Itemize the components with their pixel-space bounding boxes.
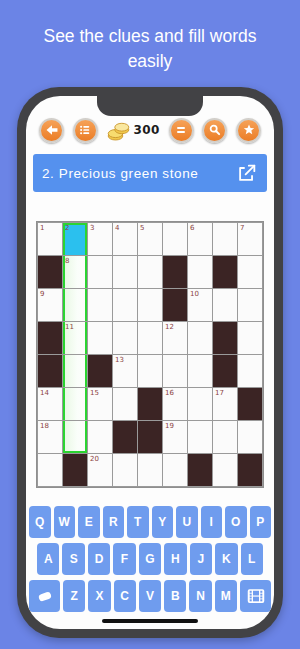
- cell-r3c9[interactable]: [238, 289, 262, 321]
- cell-r4c5[interactable]: [138, 322, 162, 354]
- cell-number: 8: [65, 257, 69, 265]
- cell-number: 10: [190, 290, 199, 298]
- cell-r2c3[interactable]: [88, 256, 112, 288]
- cell-r4c8-block: [213, 322, 237, 354]
- cell-r5c7[interactable]: [188, 355, 212, 387]
- cell-r5c4[interactable]: 13: [113, 355, 137, 387]
- cell-r5c3-block: [88, 355, 112, 387]
- cell-number: 12: [165, 323, 174, 331]
- cell-r8c8[interactable]: [213, 454, 237, 486]
- key-j[interactable]: J: [190, 543, 212, 575]
- cell-r4c4[interactable]: [113, 322, 137, 354]
- cell-r8c4[interactable]: [113, 454, 137, 486]
- cell-r6c9-block: [238, 388, 262, 420]
- cell-number: 15: [90, 389, 99, 397]
- cell-r7c7[interactable]: [188, 421, 212, 453]
- film-icon: [245, 585, 267, 607]
- cell-r8c6[interactable]: [163, 454, 187, 486]
- cell-number: 9: [40, 290, 44, 298]
- key-c[interactable]: C: [114, 580, 136, 612]
- cell-r3c5[interactable]: [138, 289, 162, 321]
- cell-number: 11: [65, 323, 74, 331]
- video-hint-key[interactable]: [240, 580, 271, 612]
- cell-r2c8-block: [213, 256, 237, 288]
- clue-bar: 2. Precious green stone: [33, 154, 267, 192]
- key-t[interactable]: T: [127, 506, 149, 538]
- key-s[interactable]: S: [62, 543, 84, 575]
- cell-r1c2[interactable]: 2: [63, 223, 87, 255]
- cell-r2c7[interactable]: [188, 256, 212, 288]
- cell-r7c5-block: [138, 421, 162, 453]
- share-button[interactable]: [236, 162, 258, 184]
- key-f[interactable]: F: [113, 543, 135, 575]
- cell-r1c9[interactable]: 7: [238, 223, 262, 255]
- keyboard-row-middle: ASDFGHJKL: [26, 543, 274, 575]
- cell-r2c6-block: [163, 256, 187, 288]
- key-e[interactable]: E: [78, 506, 100, 538]
- cell-number: 17: [215, 389, 224, 397]
- cell-number: 13: [115, 356, 124, 364]
- key-i[interactable]: I: [201, 506, 223, 538]
- cell-r5c8-block: [213, 355, 237, 387]
- cell-r8c2-block: [63, 454, 87, 486]
- cell-r5c2[interactable]: [63, 355, 87, 387]
- toolbar: 300: [26, 117, 274, 143]
- key-l[interactable]: L: [241, 543, 263, 575]
- cell-r8c5[interactable]: [138, 454, 162, 486]
- erase-key[interactable]: [29, 580, 60, 612]
- hint-search-button[interactable]: [202, 118, 227, 143]
- cell-r4c7[interactable]: [188, 322, 212, 354]
- cell-r1c1[interactable]: 1: [38, 223, 62, 255]
- cell-r7c9[interactable]: [238, 421, 262, 453]
- key-w[interactable]: W: [54, 506, 76, 538]
- keyboard-row-top: QWERTYUIOP: [26, 506, 274, 538]
- cell-number: 14: [40, 389, 49, 397]
- cell-r4c2[interactable]: 11: [63, 322, 87, 354]
- cell-r2c2[interactable]: 8: [63, 256, 87, 288]
- cell-r1c3[interactable]: 3: [88, 223, 112, 255]
- keyboard: QWERTYUIOP ASDFGHJKL ZXCVBNM: [26, 506, 274, 617]
- equals-icon: [173, 122, 189, 138]
- coins-icon: [106, 118, 132, 142]
- cell-r5c1-block: [38, 355, 62, 387]
- notch: [97, 96, 203, 116]
- key-b[interactable]: B: [164, 580, 186, 612]
- cell-r1c8[interactable]: [213, 223, 237, 255]
- back-button[interactable]: [39, 118, 64, 143]
- cell-r7c3[interactable]: [88, 421, 112, 453]
- cell-r6c3[interactable]: 15: [88, 388, 112, 420]
- coins-count: 300: [133, 123, 160, 137]
- key-g[interactable]: G: [139, 543, 161, 575]
- key-x[interactable]: X: [88, 580, 110, 612]
- clue-list-button[interactable]: [73, 118, 98, 143]
- cell-number: 16: [165, 389, 174, 397]
- cell-r4c6[interactable]: 12: [163, 322, 187, 354]
- cell-number: 19: [165, 422, 174, 430]
- cell-r7c6[interactable]: 19: [163, 421, 187, 453]
- cell-number: 2: [65, 224, 69, 232]
- back-arrow-icon: [44, 122, 60, 138]
- cell-r6c1[interactable]: 14: [38, 388, 62, 420]
- key-a[interactable]: A: [37, 543, 59, 575]
- favorite-button[interactable]: [236, 118, 261, 143]
- cell-r7c2[interactable]: [63, 421, 87, 453]
- cell-r6c7[interactable]: [188, 388, 212, 420]
- cell-r2c5[interactable]: [138, 256, 162, 288]
- cell-r2c4[interactable]: [113, 256, 137, 288]
- crossword-grid: 1234567891011121314151617181920: [36, 221, 264, 488]
- cell-r5c5[interactable]: [138, 355, 162, 387]
- cell-number: 4: [115, 224, 119, 232]
- key-n[interactable]: N: [189, 580, 211, 612]
- home-indicator[interactable]: [102, 619, 198, 623]
- cell-r7c1[interactable]: 18: [38, 421, 62, 453]
- cell-r6c8[interactable]: 17: [213, 388, 237, 420]
- cell-r4c1-block: [38, 322, 62, 354]
- cell-r4c9[interactable]: [238, 322, 262, 354]
- cell-r3c2[interactable]: [63, 289, 87, 321]
- list-icon: [77, 122, 93, 138]
- key-y[interactable]: Y: [152, 506, 174, 538]
- cell-r8c9-block: [238, 454, 262, 486]
- cell-r2c1-block: [38, 256, 62, 288]
- key-z[interactable]: Z: [63, 580, 85, 612]
- keyboard-row-bottom: ZXCVBNM: [26, 580, 274, 612]
- clue-text: 2. Precious green stone: [42, 166, 236, 181]
- cell-r7c8[interactable]: [213, 421, 237, 453]
- cell-r5c9[interactable]: [238, 355, 262, 387]
- key-p[interactable]: P: [250, 506, 272, 538]
- share-icon: [236, 162, 258, 184]
- cell-r2c9[interactable]: [238, 256, 262, 288]
- cell-r1c7[interactable]: 6: [188, 223, 212, 255]
- cell-r6c4[interactable]: [113, 388, 137, 420]
- cell-r8c3[interactable]: 20: [88, 454, 112, 486]
- key-h[interactable]: H: [164, 543, 186, 575]
- keyboard-letters-bottom: ZXCVBNM: [63, 580, 237, 612]
- cell-r3c3[interactable]: [88, 289, 112, 321]
- key-m[interactable]: M: [215, 580, 237, 612]
- key-v[interactable]: V: [139, 580, 161, 612]
- cell-r6c5-block: [138, 388, 162, 420]
- answers-button[interactable]: [169, 118, 194, 143]
- cell-r4c3[interactable]: [88, 322, 112, 354]
- cell-r1c4[interactable]: 4: [113, 223, 137, 255]
- cell-number: 18: [40, 422, 49, 430]
- cell-r5c6[interactable]: [163, 355, 187, 387]
- cell-number: 20: [90, 455, 99, 463]
- cell-r8c1[interactable]: [38, 454, 62, 486]
- cell-r1c5[interactable]: 5: [138, 223, 162, 255]
- cell-r3c8[interactable]: [213, 289, 237, 321]
- cell-r3c7[interactable]: 10: [188, 289, 212, 321]
- cell-r3c4[interactable]: [113, 289, 137, 321]
- key-o[interactable]: O: [225, 506, 247, 538]
- cell-r1c6[interactable]: [163, 223, 187, 255]
- key-q[interactable]: Q: [29, 506, 51, 538]
- cell-r3c6-block: [163, 289, 187, 321]
- cell-number: 6: [190, 224, 194, 232]
- star-icon: [241, 122, 257, 138]
- key-d[interactable]: D: [88, 543, 110, 575]
- key-k[interactable]: K: [215, 543, 237, 575]
- coins-button[interactable]: 300: [106, 118, 160, 142]
- cell-r6c6[interactable]: 16: [163, 388, 187, 420]
- app-store-caption: See the clues and fill words easily: [25, 24, 275, 74]
- cell-r6c2[interactable]: [63, 388, 87, 420]
- cell-number: 5: [140, 224, 144, 232]
- cell-number: 1: [40, 224, 44, 232]
- cell-number: 7: [240, 224, 244, 232]
- cell-r3c1[interactable]: 9: [38, 289, 62, 321]
- cell-r7c4-block: [113, 421, 137, 453]
- phone-screen: 300 2. Precious green sto: [26, 96, 274, 629]
- key-u[interactable]: U: [176, 506, 198, 538]
- search-icon: [207, 122, 223, 138]
- cell-r8c7-block: [188, 454, 212, 486]
- cell-number: 3: [90, 224, 94, 232]
- key-r[interactable]: R: [103, 506, 125, 538]
- eraser-icon: [34, 585, 56, 607]
- phone-frame: 300 2. Precious green sto: [17, 87, 283, 638]
